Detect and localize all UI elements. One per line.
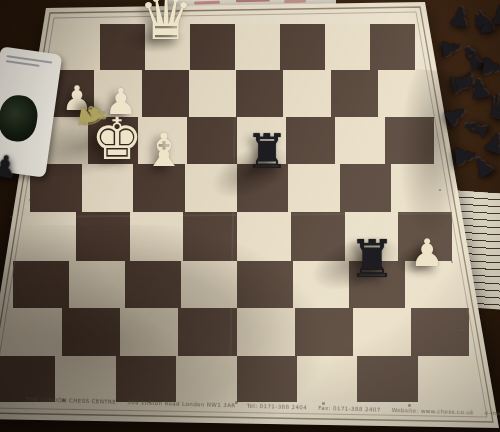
id-card-photo <box>0 93 40 144</box>
board-rank-1 <box>0 356 478 402</box>
square-g6[interactable] <box>335 117 384 164</box>
square-f6[interactable] <box>286 117 335 164</box>
square-g7[interactable] <box>331 70 378 117</box>
white-king-b6[interactable]: ♚ <box>91 110 143 168</box>
square-c2[interactable] <box>120 308 178 356</box>
chessboard: THE LONDON CHESS CENTRE 369 Euston Road … <box>0 0 500 432</box>
square-e7[interactable] <box>236 70 283 117</box>
square-b1[interactable] <box>55 356 115 402</box>
square-a4[interactable] <box>22 212 76 261</box>
white-pawn-h3[interactable]: ♟ <box>410 234 444 272</box>
black-pawn[interactable]: ♟ <box>489 2 500 28</box>
board-rank-8 <box>55 24 415 70</box>
square-f3[interactable] <box>293 261 349 308</box>
square-a3[interactable] <box>13 261 69 308</box>
square-a2[interactable] <box>4 308 62 356</box>
square-c7[interactable] <box>142 70 189 117</box>
square-d6[interactable] <box>187 117 236 164</box>
black-rook-e6[interactable]: ♜ <box>245 127 288 175</box>
square-g5[interactable] <box>340 164 392 212</box>
board-rank-2 <box>4 308 469 356</box>
square-f4[interactable] <box>291 212 345 261</box>
square-g8[interactable] <box>325 24 370 70</box>
square-d4[interactable] <box>183 212 237 261</box>
square-d3[interactable] <box>181 261 237 308</box>
square-f8[interactable] <box>280 24 325 70</box>
square-b3[interactable] <box>69 261 125 308</box>
square-e3[interactable] <box>237 261 293 308</box>
square-d5[interactable] <box>185 164 237 212</box>
square-h5[interactable] <box>391 164 443 212</box>
square-h8[interactable] <box>370 24 415 70</box>
square-d1[interactable] <box>176 356 236 402</box>
square-b2[interactable] <box>62 308 120 356</box>
square-c4[interactable] <box>130 212 184 261</box>
square-d7[interactable] <box>189 70 236 117</box>
square-c3[interactable] <box>125 261 181 308</box>
square-a1[interactable] <box>0 356 55 402</box>
square-f5[interactable] <box>288 164 340 212</box>
square-b4[interactable] <box>76 212 130 261</box>
square-e2[interactable] <box>237 308 295 356</box>
photo-scene: THE LONDON CHESS CENTRE 369 Euston Road … <box>0 0 500 432</box>
square-f2[interactable] <box>295 308 353 356</box>
square-a8[interactable] <box>55 24 100 70</box>
square-e1[interactable] <box>237 356 297 402</box>
square-h1[interactable] <box>418 356 478 402</box>
square-e8[interactable] <box>235 24 280 70</box>
square-h6[interactable] <box>385 117 434 164</box>
square-d8[interactable] <box>190 24 235 70</box>
square-g1[interactable] <box>357 356 417 402</box>
white-bishop-c6[interactable]: ♝ <box>143 127 184 173</box>
square-e4[interactable] <box>237 212 291 261</box>
square-g2[interactable] <box>353 308 411 356</box>
square-d2[interactable] <box>178 308 236 356</box>
square-h7[interactable] <box>378 70 425 117</box>
white-queen-c8[interactable]: ♛ <box>138 0 194 49</box>
black-rook-g3[interactable]: ♜ <box>349 233 396 285</box>
square-c1[interactable] <box>116 356 176 402</box>
square-h2[interactable] <box>411 308 469 356</box>
square-f7[interactable] <box>283 70 330 117</box>
square-f1[interactable] <box>297 356 357 402</box>
